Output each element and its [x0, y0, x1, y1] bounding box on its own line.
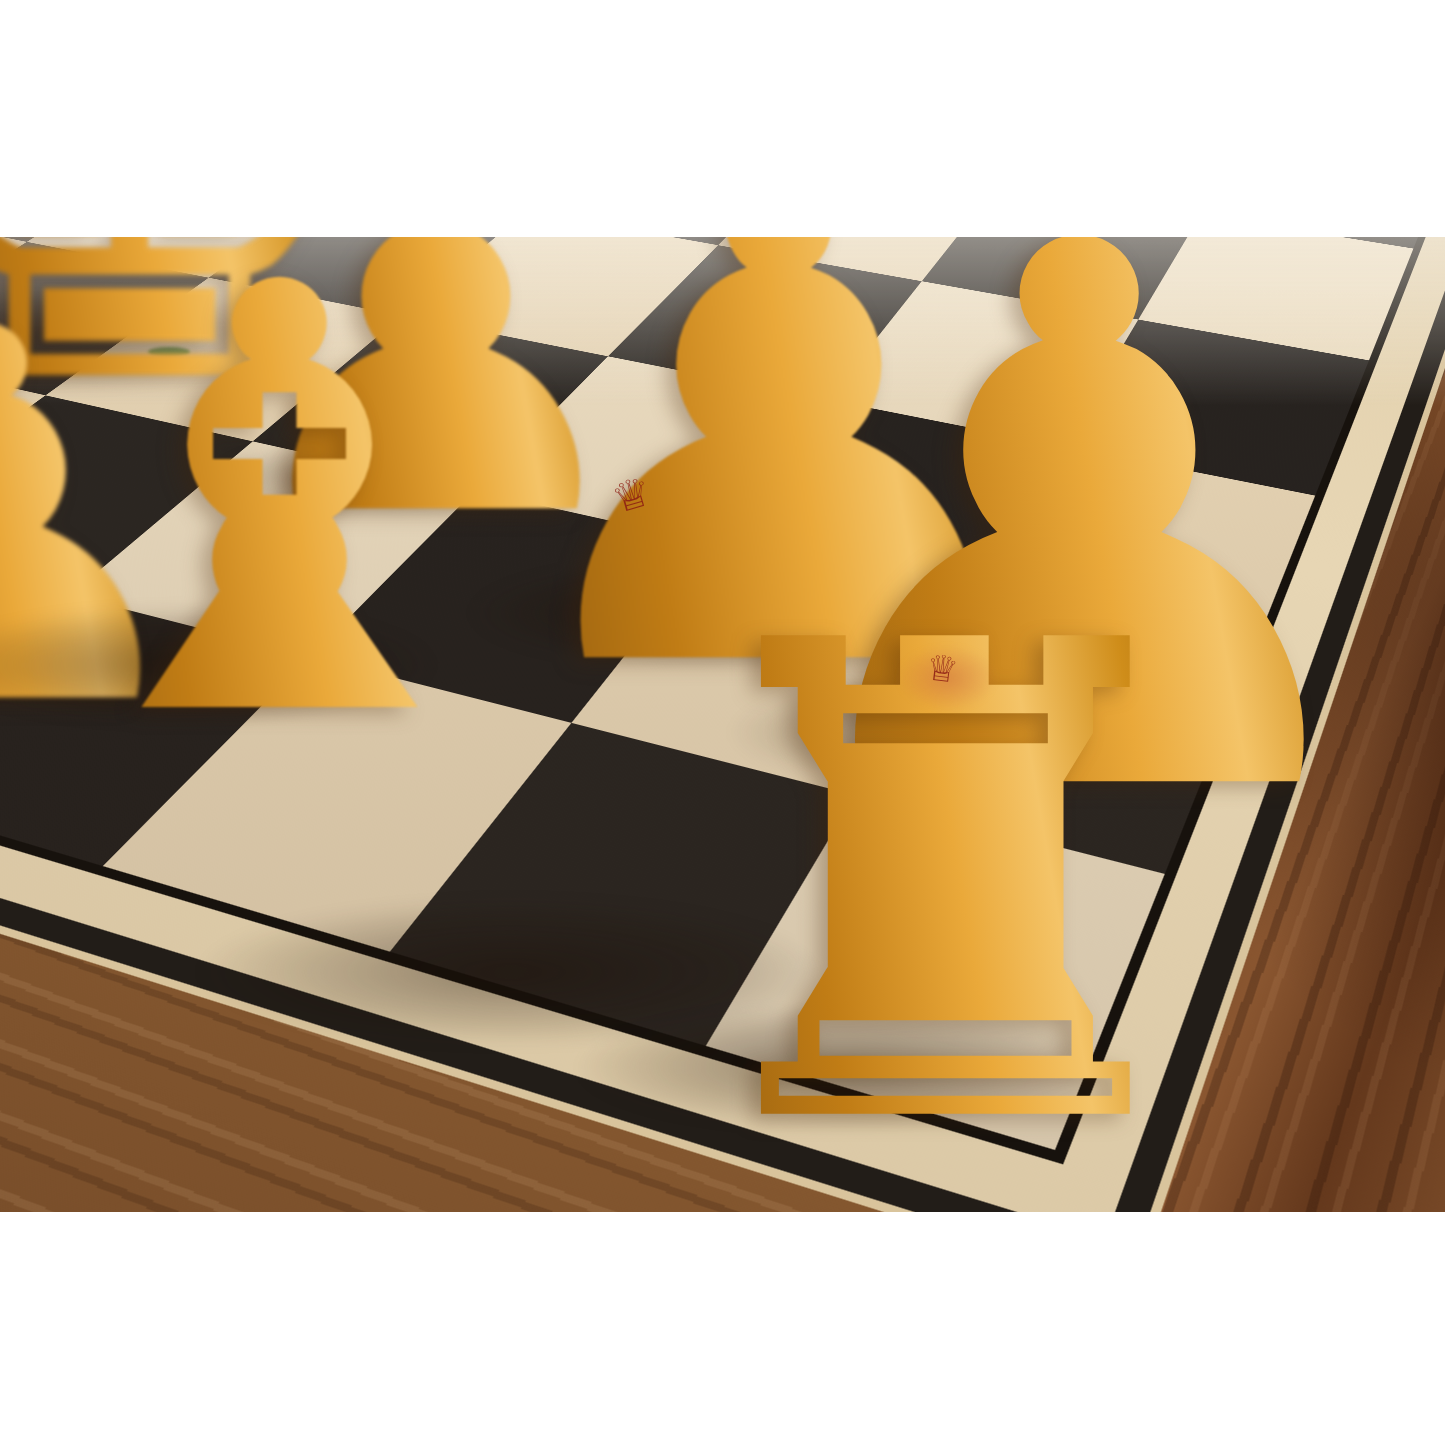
white-margin-bottom [0, 1212, 1445, 1445]
chess-photo: ♕ ♕ ♚♟♝♟♟♟♞♜ [0, 237, 1445, 1212]
page-root: ♕ ♕ ♚♟♝♟♟♟♞♜ [0, 0, 1445, 1445]
white-margin-top [0, 0, 1445, 237]
crown-stamp-rook-icon: ♕ [924, 649, 960, 689]
